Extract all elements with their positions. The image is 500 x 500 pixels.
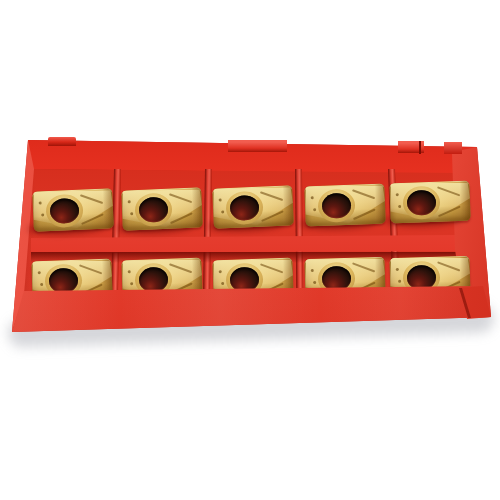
- rim-step: [444, 142, 462, 154]
- milling-insert-slot: [122, 189, 202, 229]
- milling-insert: [121, 187, 203, 230]
- compartment-r2-c1: [31, 254, 118, 291]
- compartment-r2-c2: [118, 254, 208, 291]
- milling-insert: [304, 183, 385, 226]
- compartment-r2-c4: [298, 254, 390, 291]
- compartment-r1-c5: [390, 169, 461, 236]
- milling-insert: [32, 188, 114, 232]
- insert-hole: [406, 190, 436, 216]
- compartment-r1-c3: [208, 169, 298, 236]
- insert-hole: [139, 267, 169, 293]
- compartment-grid: [31, 169, 461, 291]
- rim-tab: [48, 137, 76, 146]
- milling-insert-slot: [305, 185, 385, 225]
- milling-insert-slot: [390, 182, 470, 222]
- insert-hole: [322, 193, 352, 219]
- milling-insert: [212, 185, 294, 229]
- milling-insert-slot: [33, 190, 113, 230]
- compartment-r1-c1: [31, 169, 118, 236]
- insert-hole: [48, 268, 78, 294]
- product-photo: [0, 0, 500, 500]
- compartment-r2-c5: [390, 254, 461, 291]
- insert-hole: [49, 198, 79, 224]
- compartment-r2-c3: [208, 254, 298, 291]
- insert-hole: [229, 195, 259, 221]
- rim-notch-left: [228, 140, 287, 152]
- rim-slit: [419, 141, 421, 154]
- compartment-r1-c2: [118, 169, 208, 236]
- milling-insert: [389, 181, 470, 224]
- insert-hole: [139, 197, 169, 223]
- compartment-r1-c4: [298, 169, 390, 236]
- milling-insert-slot: [213, 187, 293, 227]
